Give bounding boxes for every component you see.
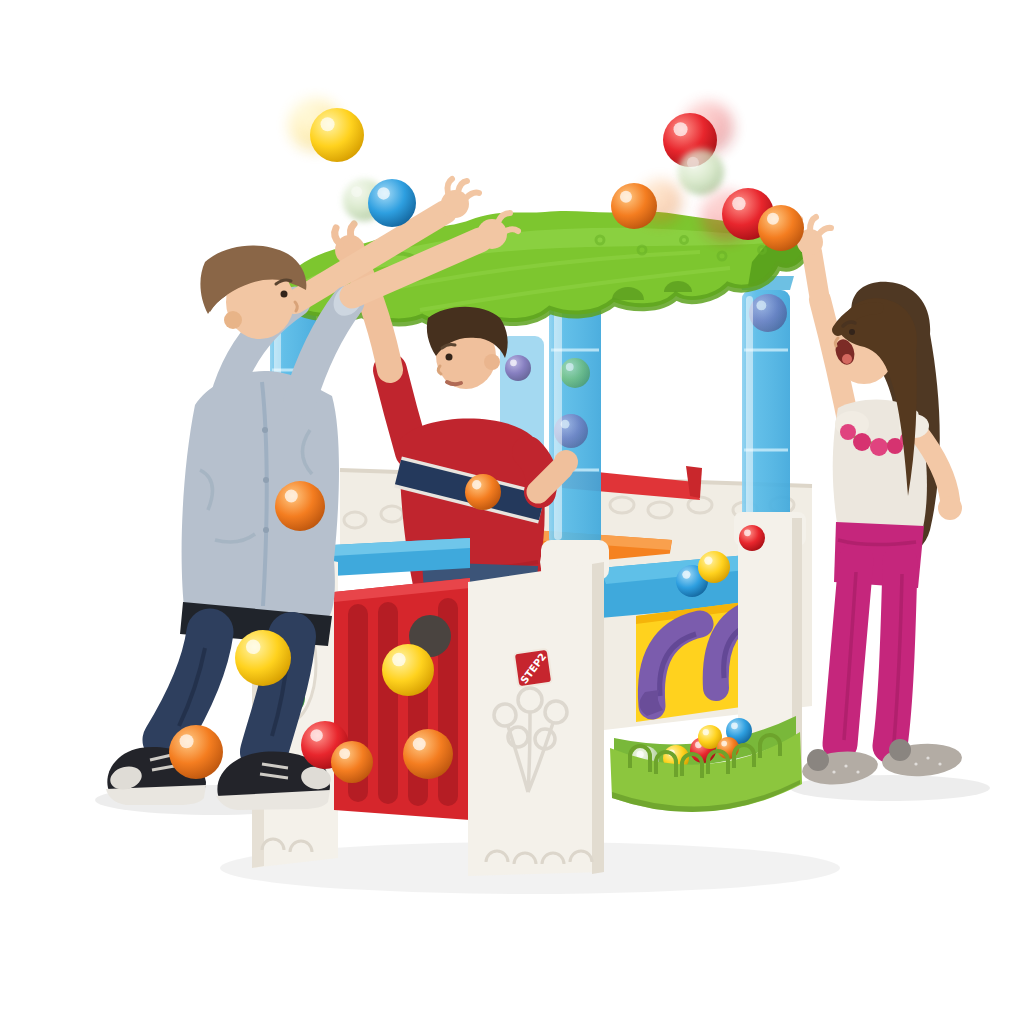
ball-highlight <box>687 157 699 169</box>
ball-yellow <box>310 108 364 162</box>
ball-highlight <box>636 751 643 758</box>
ball-orange <box>169 725 223 779</box>
ball-highlight <box>472 480 481 489</box>
ball-red <box>739 525 765 551</box>
ball-highlight <box>180 734 194 748</box>
ball-orange <box>275 481 325 531</box>
ball-highlight <box>510 359 517 366</box>
ball-highlight <box>620 191 632 203</box>
ball-highlight <box>731 722 738 729</box>
ball-orange <box>403 729 453 779</box>
child-girl-right <box>797 217 963 788</box>
ball-highlight <box>246 640 261 655</box>
ball-highlight <box>704 556 712 564</box>
ball-highlight <box>721 741 727 747</box>
balls-rear-column <box>505 355 531 381</box>
ball-highlight <box>285 490 298 503</box>
red-door <box>334 578 470 820</box>
ball-yellow <box>235 630 291 686</box>
ball-purple <box>505 355 531 381</box>
ball-orange <box>331 741 373 783</box>
ball-orange <box>465 474 501 510</box>
ball-highlight <box>377 187 389 199</box>
ball-highlight <box>392 653 406 667</box>
boy-left-far-hand <box>441 190 469 218</box>
ball-highlight <box>767 213 779 225</box>
center-tower: STEP2 <box>468 540 609 876</box>
ball-highlight <box>413 738 426 751</box>
ball-highlight <box>732 197 746 211</box>
ball-orange <box>611 183 657 229</box>
ball-highlight <box>703 729 709 735</box>
ball-orange <box>758 205 804 251</box>
scene-canvas: 4 2 8 STEP2 <box>0 0 1024 1024</box>
step2-logo: STEP2 <box>514 649 552 687</box>
ball-highlight <box>339 748 350 759</box>
ball-highlight <box>682 570 690 578</box>
ball-highlight <box>310 729 322 741</box>
ball-yellow <box>698 551 730 583</box>
product-photo: 4 2 8 STEP2 <box>0 0 1024 1024</box>
ball-yellow <box>382 644 434 696</box>
ball-blue <box>368 179 416 227</box>
ball-highlight <box>674 122 688 136</box>
ball-ltgreen <box>678 149 724 195</box>
ball-highlight <box>351 186 362 197</box>
ball-highlight <box>321 117 335 131</box>
ball-highlight <box>744 529 751 536</box>
